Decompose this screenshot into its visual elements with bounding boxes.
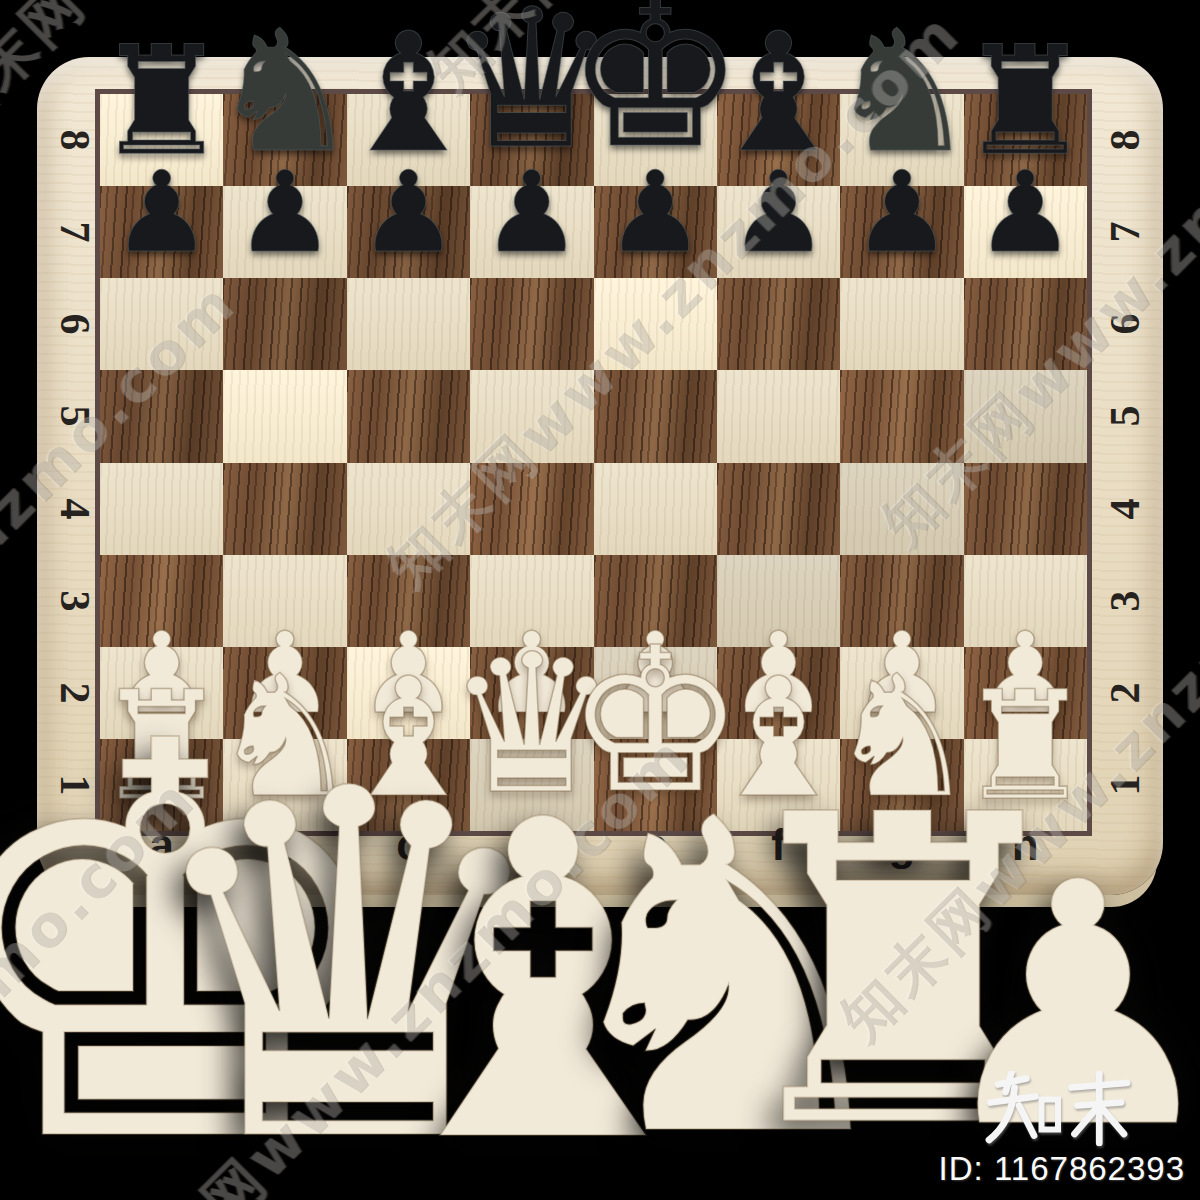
- square-d7: [470, 186, 593, 278]
- rank-label-left-1: 1: [49, 763, 101, 807]
- square-a8: [100, 94, 223, 186]
- square-d1: [470, 739, 593, 831]
- square-f7: [717, 186, 840, 278]
- square-e8: [594, 94, 717, 186]
- square-c2: [347, 647, 470, 739]
- square-b4: [223, 463, 346, 555]
- rank-label-right-5: 5: [1099, 394, 1151, 438]
- square-e6: [594, 278, 717, 370]
- square-c7: [347, 186, 470, 278]
- square-b8: [223, 94, 346, 186]
- rank-label-right-7: 7: [1099, 210, 1151, 254]
- square-h8: [964, 94, 1087, 186]
- square-f3: [717, 555, 840, 647]
- rank-label-left-4: 4: [49, 487, 101, 531]
- file-label-f: f: [717, 819, 840, 871]
- board-inner-frame: [95, 89, 1092, 836]
- image-id: ID: 1167862393: [939, 1150, 1185, 1188]
- file-label-h: h: [964, 819, 1087, 871]
- square-e3: [594, 555, 717, 647]
- rank-label-right-6: 6: [1099, 302, 1151, 346]
- square-c1: [347, 739, 470, 831]
- square-f1: [717, 739, 840, 831]
- rank-label-left-6: 6: [49, 302, 101, 346]
- square-c8: [347, 94, 470, 186]
- square-a1: [100, 739, 223, 831]
- square-d8: [470, 94, 593, 186]
- square-b3: [223, 555, 346, 647]
- square-b5: [223, 370, 346, 462]
- square-e2: [594, 647, 717, 739]
- rank-label-right-2: 2: [1099, 671, 1151, 715]
- square-h7: [964, 186, 1087, 278]
- square-f4: [717, 463, 840, 555]
- file-label-e: e: [594, 819, 717, 871]
- square-h4: [964, 463, 1087, 555]
- square-h1: [964, 739, 1087, 831]
- square-g2: [840, 647, 963, 739]
- square-h6: [964, 278, 1087, 370]
- square-e5: [594, 370, 717, 462]
- rank-label-left-5: 5: [49, 394, 101, 438]
- square-h2: [964, 647, 1087, 739]
- rank-label-right-3: 3: [1099, 579, 1151, 623]
- square-g4: [840, 463, 963, 555]
- square-f5: [717, 370, 840, 462]
- file-label-c: c: [347, 819, 470, 871]
- watermark-text: 知末网www.znzmo.com: [555, 1175, 1157, 1200]
- square-d2: [470, 647, 593, 739]
- brand-block: ID: 1167862393: [939, 1071, 1185, 1188]
- square-e4: [594, 463, 717, 555]
- square-d6: [470, 278, 593, 370]
- rank-label-left-2: 2: [49, 671, 101, 715]
- square-d4: [470, 463, 593, 555]
- square-f2: [717, 647, 840, 739]
- square-g6: [840, 278, 963, 370]
- file-label-a: a: [100, 819, 223, 871]
- scene: ♜♞♝♛♚♝♞♜♟♟♟♟♟♟♟♟♟♟♟♟♟♟♟♟♜♞♝♛♚♝♞♜ 8765432…: [0, 0, 1200, 1200]
- square-g7: [840, 186, 963, 278]
- square-g1: [840, 739, 963, 831]
- square-a4: [100, 463, 223, 555]
- square-g8: [840, 94, 963, 186]
- znzmo-logo: [983, 1071, 1133, 1146]
- square-d3: [470, 555, 593, 647]
- rank-label-left-8: 8: [49, 118, 101, 162]
- square-h5: [964, 370, 1087, 462]
- square-g3: [840, 555, 963, 647]
- square-c5: [347, 370, 470, 462]
- square-f6: [717, 278, 840, 370]
- square-c6: [347, 278, 470, 370]
- rank-label-right-8: 8: [1099, 118, 1151, 162]
- square-b1: [223, 739, 346, 831]
- square-c3: [347, 555, 470, 647]
- square-a5: [100, 370, 223, 462]
- square-g5: [840, 370, 963, 462]
- square-b7: [223, 186, 346, 278]
- rank-label-left-7: 7: [49, 210, 101, 254]
- file-label-b: b: [223, 819, 346, 871]
- square-f8: [717, 94, 840, 186]
- file-label-d: d: [470, 819, 593, 871]
- square-a7: [100, 186, 223, 278]
- rank-label-left-3: 3: [49, 579, 101, 623]
- file-label-g: g: [840, 819, 963, 871]
- square-e7: [594, 186, 717, 278]
- square-b2: [223, 647, 346, 739]
- square-c4: [347, 463, 470, 555]
- square-a6: [100, 278, 223, 370]
- chess-board: ♜♞♝♛♚♝♞♜♟♟♟♟♟♟♟♟♟♟♟♟♟♟♟♟♜♞♝♛♚♝♞♜ 8765432…: [37, 57, 1163, 895]
- square-e1: [594, 739, 717, 831]
- square-a2: [100, 647, 223, 739]
- rank-label-right-4: 4: [1099, 487, 1151, 531]
- square-a3: [100, 555, 223, 647]
- rank-label-right-1: 1: [1099, 763, 1151, 807]
- square-d5: [470, 370, 593, 462]
- square-h3: [964, 555, 1087, 647]
- square-b6: [223, 278, 346, 370]
- board-squares: [100, 94, 1087, 831]
